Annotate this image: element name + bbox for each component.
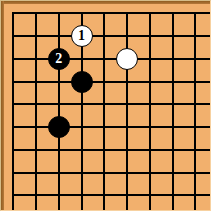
black-stone bbox=[71, 71, 93, 93]
grid-hline bbox=[12, 126, 210, 128]
white-stone-1: 1 bbox=[71, 25, 93, 47]
black-stone-2: 2 bbox=[48, 48, 70, 70]
grid-vline bbox=[35, 12, 37, 210]
grid-vline bbox=[12, 12, 14, 210]
stone-move-number: 2 bbox=[55, 52, 62, 66]
grid-vline bbox=[149, 12, 151, 210]
board-edge-top bbox=[1, 1, 210, 4]
board-edge-left bbox=[1, 1, 4, 210]
grid-hline bbox=[12, 58, 210, 60]
grid-hline bbox=[12, 172, 210, 174]
grid-vline bbox=[126, 12, 128, 210]
grid-hline bbox=[12, 12, 210, 14]
grid-vline bbox=[194, 12, 196, 210]
grid-vline bbox=[103, 12, 105, 210]
white-stone bbox=[116, 48, 138, 70]
go-board-diagram[interactable]: 12 bbox=[0, 0, 211, 211]
grid-hline bbox=[12, 194, 210, 196]
stone-move-number: 1 bbox=[78, 29, 85, 43]
grid-vline bbox=[172, 12, 174, 210]
grid-hline bbox=[12, 35, 210, 37]
grid-hline bbox=[12, 103, 210, 105]
black-stone bbox=[48, 116, 70, 138]
grid-hline bbox=[12, 149, 210, 151]
grid-hline bbox=[12, 81, 210, 83]
grid-vline bbox=[58, 12, 60, 210]
